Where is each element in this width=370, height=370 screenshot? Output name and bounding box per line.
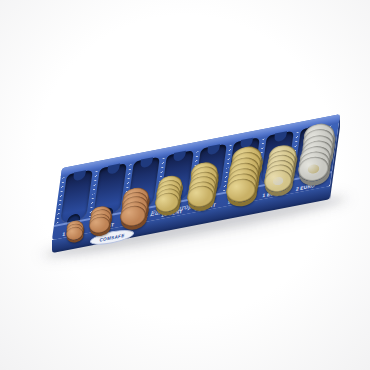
back-wall-notch (273, 131, 286, 142)
back-wall-notch (207, 144, 220, 155)
product-photo-coin-tray: COMSAFE 1 CENT2 CENT5 CENT10 CENT20 CENT… (0, 0, 370, 370)
brand-text: COMSAFE (99, 232, 124, 242)
back-wall-notch (73, 170, 86, 181)
back-wall-notch (173, 151, 186, 162)
back-wall-notch (140, 157, 153, 168)
back-wall-notch (106, 164, 119, 175)
